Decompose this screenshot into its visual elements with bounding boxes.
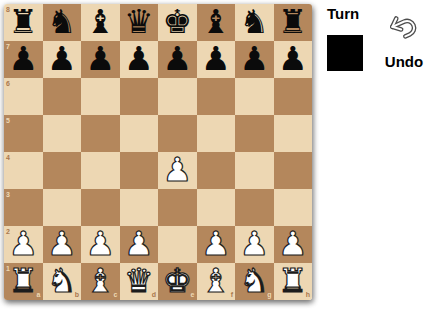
rank-label-4: 4	[6, 154, 10, 161]
square-b5[interactable]	[43, 115, 82, 152]
piece-black-bishop[interactable]: ♝	[85, 5, 115, 38]
rank-label-3: 3	[6, 191, 10, 198]
piece-white-pawn[interactable]: ♟	[239, 227, 269, 260]
piece-black-queen[interactable]: ♛	[124, 5, 154, 38]
square-e3[interactable]	[158, 189, 197, 226]
square-d4[interactable]	[120, 152, 159, 189]
piece-white-pawn[interactable]: ♟	[124, 227, 154, 260]
square-g3[interactable]	[235, 189, 274, 226]
square-b4[interactable]	[43, 152, 82, 189]
square-c5[interactable]	[81, 115, 120, 152]
piece-white-knight[interactable]: ♞	[239, 264, 269, 297]
piece-black-rook[interactable]: ♜	[8, 5, 38, 38]
piece-black-pawn[interactable]: ♟	[85, 42, 115, 75]
square-h3[interactable]	[274, 189, 313, 226]
square-h8[interactable]: ♜	[274, 4, 313, 41]
square-b6[interactable]	[43, 78, 82, 115]
square-f6[interactable]	[197, 78, 236, 115]
piece-black-bishop[interactable]: ♝	[201, 5, 231, 38]
piece-white-pawn[interactable]: ♟	[201, 227, 231, 260]
square-a4[interactable]: 4	[4, 152, 43, 189]
square-c8[interactable]: ♝	[81, 4, 120, 41]
square-d6[interactable]	[120, 78, 159, 115]
square-g7[interactable]: ♟	[235, 41, 274, 78]
piece-white-bishop[interactable]: ♝	[85, 264, 115, 297]
square-g6[interactable]	[235, 78, 274, 115]
square-a1[interactable]: 1a♜	[4, 263, 43, 300]
piece-white-pawn[interactable]: ♟	[278, 227, 308, 260]
square-g2[interactable]: ♟	[235, 226, 274, 263]
piece-white-pawn[interactable]: ♟	[162, 153, 192, 186]
square-h1[interactable]: h♜	[274, 263, 313, 300]
piece-black-pawn[interactable]: ♟	[278, 42, 308, 75]
square-f3[interactable]	[197, 189, 236, 226]
piece-white-knight[interactable]: ♞	[47, 264, 77, 297]
turn-label: Turn	[327, 5, 359, 22]
square-c7[interactable]: ♟	[81, 41, 120, 78]
chess-board: 8♜♞♝♛♚♝♞♜7♟♟♟♟♟♟♟♟654♟32♟♟♟♟♟♟♟1a♜b♞c♝d♛…	[4, 4, 312, 300]
square-c4[interactable]	[81, 152, 120, 189]
square-h4[interactable]	[274, 152, 313, 189]
piece-white-pawn[interactable]: ♟	[47, 227, 77, 260]
undo-arrow-icon[interactable]	[388, 10, 420, 42]
square-g1[interactable]: g♞	[235, 263, 274, 300]
square-c6[interactable]	[81, 78, 120, 115]
square-a3[interactable]: 3	[4, 189, 43, 226]
rank-label-6: 6	[6, 80, 10, 87]
undo-label: Undo	[385, 53, 423, 70]
square-c3[interactable]	[81, 189, 120, 226]
square-d3[interactable]	[120, 189, 159, 226]
square-c2[interactable]: ♟	[81, 226, 120, 263]
piece-white-king[interactable]: ♚	[162, 264, 192, 297]
piece-black-pawn[interactable]: ♟	[124, 42, 154, 75]
square-f8[interactable]: ♝	[197, 4, 236, 41]
square-g5[interactable]	[235, 115, 274, 152]
piece-black-pawn[interactable]: ♟	[8, 42, 38, 75]
square-e2[interactable]	[158, 226, 197, 263]
piece-black-knight[interactable]: ♞	[47, 5, 77, 38]
square-h5[interactable]	[274, 115, 313, 152]
piece-black-king[interactable]: ♚	[162, 5, 192, 38]
square-g8[interactable]: ♞	[235, 4, 274, 41]
square-a2[interactable]: 2♟	[4, 226, 43, 263]
square-d2[interactable]: ♟	[120, 226, 159, 263]
rank-label-5: 5	[6, 117, 10, 124]
square-e6[interactable]	[158, 78, 197, 115]
square-b7[interactable]: ♟	[43, 41, 82, 78]
square-d8[interactable]: ♛	[120, 4, 159, 41]
square-f2[interactable]: ♟	[197, 226, 236, 263]
piece-black-pawn[interactable]: ♟	[162, 42, 192, 75]
square-f7[interactable]: ♟	[197, 41, 236, 78]
square-h6[interactable]	[274, 78, 313, 115]
square-b8[interactable]: ♞	[43, 4, 82, 41]
square-f1[interactable]: f♝	[197, 263, 236, 300]
square-e4[interactable]: ♟	[158, 152, 197, 189]
square-a6[interactable]: 6	[4, 78, 43, 115]
square-d7[interactable]: ♟	[120, 41, 159, 78]
piece-white-pawn[interactable]: ♟	[85, 227, 115, 260]
square-h2[interactable]: ♟	[274, 226, 313, 263]
piece-black-pawn[interactable]: ♟	[47, 42, 77, 75]
square-h7[interactable]: ♟	[274, 41, 313, 78]
piece-black-rook[interactable]: ♜	[278, 5, 308, 38]
square-e1[interactable]: e♚	[158, 263, 197, 300]
square-a8[interactable]: 8♜	[4, 4, 43, 41]
piece-black-pawn[interactable]: ♟	[201, 42, 231, 75]
square-a7[interactable]: 7♟	[4, 41, 43, 78]
turn-indicator	[327, 35, 363, 71]
piece-white-rook[interactable]: ♜	[278, 264, 308, 297]
piece-white-pawn[interactable]: ♟	[8, 227, 38, 260]
square-e7[interactable]: ♟	[158, 41, 197, 78]
piece-white-rook[interactable]: ♜	[8, 264, 38, 297]
square-d5[interactable]	[120, 115, 159, 152]
square-f4[interactable]	[197, 152, 236, 189]
square-e5[interactable]	[158, 115, 197, 152]
piece-white-queen[interactable]: ♛	[124, 264, 154, 297]
piece-white-bishop[interactable]: ♝	[201, 264, 231, 297]
undo-button[interactable]: Undo	[382, 8, 425, 70]
piece-black-pawn[interactable]: ♟	[239, 42, 269, 75]
square-f5[interactable]	[197, 115, 236, 152]
piece-black-knight[interactable]: ♞	[239, 5, 269, 38]
square-b3[interactable]	[43, 189, 82, 226]
square-b1[interactable]: b♞	[43, 263, 82, 300]
square-b2[interactable]: ♟	[43, 226, 82, 263]
square-c1[interactable]: c♝	[81, 263, 120, 300]
square-a5[interactable]: 5	[4, 115, 43, 152]
square-g4[interactable]	[235, 152, 274, 189]
square-e8[interactable]: ♚	[158, 4, 197, 41]
file-label-f: f	[231, 291, 233, 298]
square-d1[interactable]: d♛	[120, 263, 159, 300]
